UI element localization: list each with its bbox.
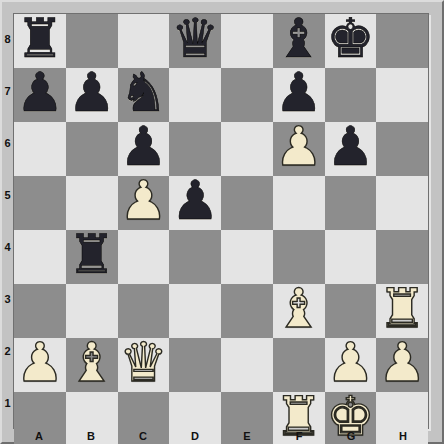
rank-label-1: 1 [2,377,13,429]
square-g2[interactable]: ♟ [325,338,377,392]
rank-label-7: 7 [2,65,13,117]
rank-label-2: 2 [2,325,13,377]
square-h6[interactable] [376,122,428,176]
square-g7[interactable] [325,68,377,122]
rank-label-6: 6 [2,117,13,169]
square-e4[interactable] [221,230,273,284]
square-h5[interactable] [376,176,428,230]
square-e7[interactable] [221,68,273,122]
chess-board: ♜♛♝♚♟♟♞♟♟♟♟♟♟♜♝♜♟♝♛♟♟♜♚ [13,13,429,429]
file-label-d: D [169,429,221,442]
file-label-a: A [13,429,65,442]
square-b5[interactable] [66,176,118,230]
square-c4[interactable] [118,230,170,284]
square-h3[interactable]: ♜ [376,284,428,338]
piece-black-pawn: ♟ [67,66,115,120]
piece-black-bishop: ♝ [274,12,322,66]
square-b2[interactable]: ♝ [66,338,118,392]
square-f3[interactable]: ♝ [273,284,325,338]
square-g5[interactable] [325,176,377,230]
file-label-g: G [325,429,377,442]
rank-label-3: 3 [2,273,13,325]
square-b6[interactable] [66,122,118,176]
piece-white-pawn: ♟ [378,336,426,390]
square-a4[interactable] [14,230,66,284]
square-b8[interactable] [66,14,118,68]
piece-black-pawn: ♟ [274,66,322,120]
square-a6[interactable] [14,122,66,176]
square-c6[interactable]: ♟ [118,122,170,176]
piece-white-bishop: ♝ [274,282,322,336]
square-f7[interactable]: ♟ [273,68,325,122]
piece-white-rook: ♜ [378,282,426,336]
square-a2[interactable]: ♟ [14,338,66,392]
square-e5[interactable] [221,176,273,230]
rank-label-4: 4 [2,221,13,273]
square-e6[interactable] [221,122,273,176]
square-a8[interactable]: ♜ [14,14,66,68]
file-label-h: H [377,429,429,442]
piece-black-pawn: ♟ [16,66,64,120]
file-labels: ABCDEFGH [13,429,429,442]
file-label-e: E [221,429,273,442]
piece-white-bishop: ♝ [67,336,115,390]
square-c2[interactable]: ♛ [118,338,170,392]
rank-label-8: 8 [2,13,13,65]
piece-black-pawn: ♟ [326,120,374,174]
piece-white-pawn: ♟ [326,336,374,390]
square-g8[interactable]: ♚ [325,14,377,68]
piece-white-pawn: ♟ [274,120,322,174]
square-g4[interactable] [325,230,377,284]
square-g6[interactable]: ♟ [325,122,377,176]
square-b4[interactable]: ♜ [66,230,118,284]
square-g3[interactable] [325,284,377,338]
square-c7[interactable]: ♞ [118,68,170,122]
square-a7[interactable]: ♟ [14,68,66,122]
square-e3[interactable] [221,284,273,338]
piece-black-knight: ♞ [119,66,167,120]
square-h7[interactable] [376,68,428,122]
square-d2[interactable] [169,338,221,392]
square-f6[interactable]: ♟ [273,122,325,176]
piece-white-queen: ♛ [119,336,167,390]
piece-black-rook: ♜ [67,228,115,282]
piece-black-pawn: ♟ [171,174,219,228]
square-b3[interactable] [66,284,118,338]
square-f5[interactable] [273,176,325,230]
square-c3[interactable] [118,284,170,338]
piece-black-queen: ♛ [171,12,219,66]
square-f8[interactable]: ♝ [273,14,325,68]
square-d5[interactable]: ♟ [169,176,221,230]
rank-label-5: 5 [2,169,13,221]
piece-white-pawn: ♟ [16,336,64,390]
piece-white-pawn: ♟ [119,174,167,228]
file-label-c: C [117,429,169,442]
square-c5[interactable]: ♟ [118,176,170,230]
square-e8[interactable] [221,14,273,68]
square-h2[interactable]: ♟ [376,338,428,392]
file-label-f: F [273,429,325,442]
piece-black-king: ♚ [326,12,374,66]
square-b7[interactable]: ♟ [66,68,118,122]
square-d8[interactable]: ♛ [169,14,221,68]
piece-black-pawn: ♟ [119,120,167,174]
square-h4[interactable] [376,230,428,284]
file-label-b: B [65,429,117,442]
chessboard-frame: 87654321 ♜♛♝♚♟♟♞♟♟♟♟♟♟♜♝♜♟♝♛♟♟♜♚ ABCDEFG… [0,0,444,444]
square-c8[interactable] [118,14,170,68]
rank-labels: 87654321 [2,13,13,429]
square-f4[interactable] [273,230,325,284]
square-a5[interactable] [14,176,66,230]
square-a3[interactable] [14,284,66,338]
square-d3[interactable] [169,284,221,338]
square-d7[interactable] [169,68,221,122]
square-d6[interactable] [169,122,221,176]
square-d4[interactable] [169,230,221,284]
square-e2[interactable] [221,338,273,392]
square-f2[interactable] [273,338,325,392]
square-h8[interactable] [376,14,428,68]
piece-black-rook: ♜ [16,12,64,66]
